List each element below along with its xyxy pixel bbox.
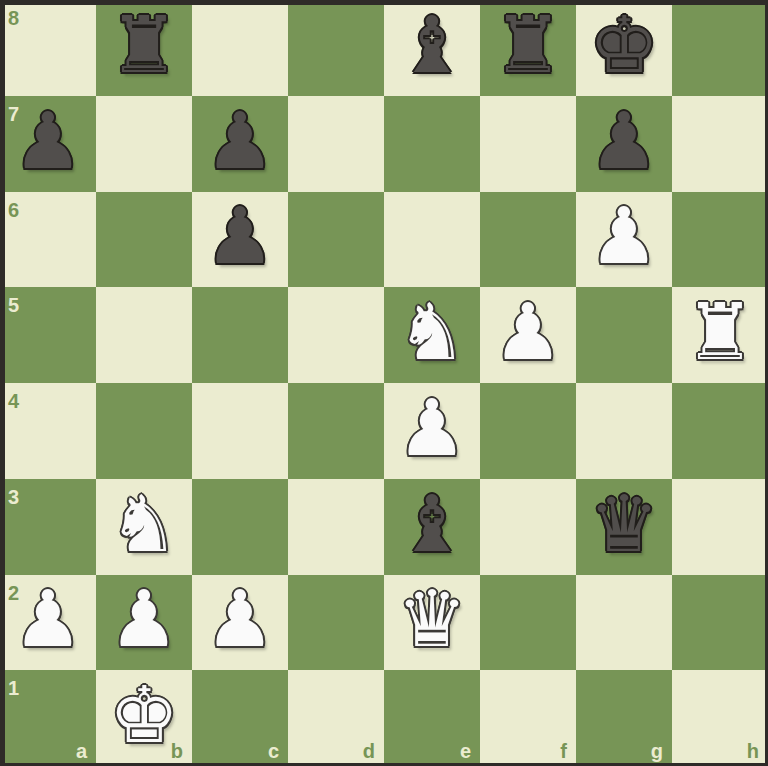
piece-black-bishop[interactable]: ♝: [397, 6, 467, 84]
rank-label-6: 6: [8, 200, 19, 220]
square-h3[interactable]: [672, 479, 768, 575]
square-a3[interactable]: 3: [0, 479, 96, 575]
piece-white-pawn[interactable]: ♟: [13, 580, 83, 658]
file-label-g: g: [651, 741, 663, 761]
square-e1[interactable]: e: [384, 670, 480, 766]
square-h8[interactable]: [672, 0, 768, 96]
rank-label-5: 5: [8, 295, 19, 315]
rank-label-1: 1: [8, 678, 19, 698]
piece-white-king[interactable]: ♚: [109, 676, 179, 754]
square-e2[interactable]: ♛: [384, 575, 480, 671]
square-a2[interactable]: 2♟: [0, 575, 96, 671]
square-b8[interactable]: ♜: [96, 0, 192, 96]
square-c4[interactable]: [192, 383, 288, 479]
square-g2[interactable]: [576, 575, 672, 671]
square-f3[interactable]: [480, 479, 576, 575]
square-g5[interactable]: [576, 287, 672, 383]
square-a7[interactable]: 7♟: [0, 96, 96, 192]
square-d1[interactable]: d: [288, 670, 384, 766]
square-c1[interactable]: c: [192, 670, 288, 766]
piece-white-pawn[interactable]: ♟: [205, 580, 275, 658]
square-a8[interactable]: 8: [0, 0, 96, 96]
square-f7[interactable]: [480, 96, 576, 192]
square-b4[interactable]: [96, 383, 192, 479]
file-label-d: d: [363, 741, 375, 761]
piece-black-pawn[interactable]: ♟: [205, 197, 275, 275]
square-c6[interactable]: ♟: [192, 192, 288, 288]
square-e4[interactable]: ♟: [384, 383, 480, 479]
piece-white-queen[interactable]: ♛: [397, 580, 467, 658]
square-e7[interactable]: [384, 96, 480, 192]
square-d3[interactable]: [288, 479, 384, 575]
square-e5[interactable]: ♞: [384, 287, 480, 383]
file-label-h: h: [747, 741, 759, 761]
piece-black-pawn[interactable]: ♟: [589, 102, 659, 180]
square-d8[interactable]: [288, 0, 384, 96]
square-h7[interactable]: [672, 96, 768, 192]
piece-white-pawn[interactable]: ♟: [397, 389, 467, 467]
square-a4[interactable]: 4: [0, 383, 96, 479]
piece-white-pawn[interactable]: ♟: [589, 197, 659, 275]
rank-label-4: 4: [8, 391, 19, 411]
square-e3[interactable]: ♝: [384, 479, 480, 575]
rank-label-8: 8: [8, 8, 19, 28]
square-b6[interactable]: [96, 192, 192, 288]
rank-label-3: 3: [8, 487, 19, 507]
piece-white-knight[interactable]: ♞: [397, 293, 467, 371]
square-f4[interactable]: [480, 383, 576, 479]
piece-white-pawn[interactable]: ♟: [493, 293, 563, 371]
square-h2[interactable]: [672, 575, 768, 671]
square-a6[interactable]: 6: [0, 192, 96, 288]
square-c7[interactable]: ♟: [192, 96, 288, 192]
square-g1[interactable]: g: [576, 670, 672, 766]
square-e8[interactable]: ♝: [384, 0, 480, 96]
square-g6[interactable]: ♟: [576, 192, 672, 288]
square-b1[interactable]: b♚: [96, 670, 192, 766]
square-e6[interactable]: [384, 192, 480, 288]
rank-label-2: 2: [8, 583, 19, 603]
rank-label-7: 7: [8, 104, 19, 124]
square-d7[interactable]: [288, 96, 384, 192]
square-c2[interactable]: ♟: [192, 575, 288, 671]
file-label-b: b: [171, 741, 183, 761]
square-g7[interactable]: ♟: [576, 96, 672, 192]
file-label-a: a: [76, 741, 87, 761]
square-f1[interactable]: f: [480, 670, 576, 766]
square-d2[interactable]: [288, 575, 384, 671]
piece-black-king[interactable]: ♚: [589, 6, 659, 84]
chess-board-container: 8♜♝♜♚7♟♟♟6♟♟5♞♟♜4♟3♞♝♛2♟♟♟♛1ab♚cdefgh: [0, 0, 768, 766]
file-label-c: c: [268, 741, 279, 761]
square-f5[interactable]: ♟: [480, 287, 576, 383]
square-h1[interactable]: h: [672, 670, 768, 766]
piece-black-bishop[interactable]: ♝: [397, 485, 467, 563]
chess-board: 8♜♝♜♚7♟♟♟6♟♟5♞♟♜4♟3♞♝♛2♟♟♟♛1ab♚cdefgh: [0, 0, 768, 766]
square-g3[interactable]: ♛: [576, 479, 672, 575]
piece-white-pawn[interactable]: ♟: [109, 580, 179, 658]
piece-black-rook[interactable]: ♜: [493, 6, 563, 84]
square-g8[interactable]: ♚: [576, 0, 672, 96]
square-d6[interactable]: [288, 192, 384, 288]
square-c8[interactable]: [192, 0, 288, 96]
square-c5[interactable]: [192, 287, 288, 383]
file-label-e: e: [460, 741, 471, 761]
square-b3[interactable]: ♞: [96, 479, 192, 575]
square-b2[interactable]: ♟: [96, 575, 192, 671]
square-b5[interactable]: [96, 287, 192, 383]
square-f2[interactable]: [480, 575, 576, 671]
square-b7[interactable]: [96, 96, 192, 192]
square-h6[interactable]: [672, 192, 768, 288]
square-d5[interactable]: [288, 287, 384, 383]
square-a1[interactable]: 1a: [0, 670, 96, 766]
square-h4[interactable]: [672, 383, 768, 479]
file-label-f: f: [560, 741, 567, 761]
square-a5[interactable]: 5: [0, 287, 96, 383]
square-g4[interactable]: [576, 383, 672, 479]
piece-black-rook[interactable]: ♜: [109, 6, 179, 84]
square-f6[interactable]: [480, 192, 576, 288]
piece-black-pawn[interactable]: ♟: [13, 102, 83, 180]
piece-black-pawn[interactable]: ♟: [205, 102, 275, 180]
square-h5[interactable]: ♜: [672, 287, 768, 383]
square-f8[interactable]: ♜: [480, 0, 576, 96]
piece-white-knight[interactable]: ♞: [109, 485, 179, 563]
piece-black-queen[interactable]: ♛: [589, 485, 659, 563]
square-c3[interactable]: [192, 479, 288, 575]
piece-white-rook[interactable]: ♜: [685, 293, 755, 371]
square-d4[interactable]: [288, 383, 384, 479]
